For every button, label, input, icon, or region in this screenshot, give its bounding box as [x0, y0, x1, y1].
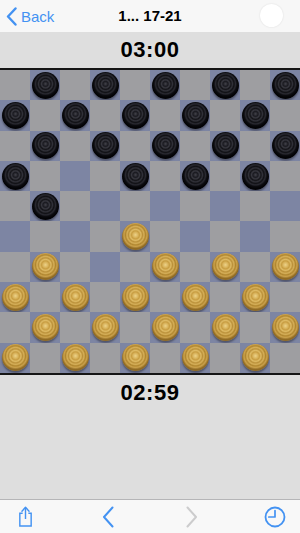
board-square — [0, 131, 30, 161]
black-checker[interactable] — [272, 72, 299, 99]
board-square[interactable] — [0, 343, 30, 373]
board-square[interactable] — [180, 221, 210, 251]
board-square[interactable] — [270, 70, 300, 100]
black-checker[interactable] — [182, 102, 209, 129]
board-square — [270, 221, 300, 251]
black-checker[interactable] — [2, 163, 29, 190]
board-square[interactable] — [210, 191, 240, 221]
board-square — [210, 100, 240, 130]
board-square — [120, 131, 150, 161]
white-checker[interactable] — [272, 314, 299, 341]
black-checker[interactable] — [92, 132, 119, 159]
board-square — [180, 70, 210, 100]
board-square — [30, 221, 60, 251]
board-square — [240, 70, 270, 100]
black-checker[interactable] — [32, 193, 59, 220]
white-checker[interactable] — [212, 314, 239, 341]
board-square — [60, 70, 90, 100]
board-square[interactable] — [240, 282, 270, 312]
board-square[interactable] — [120, 221, 150, 251]
app-screen: Back 1... 17-21 03:00 02:59 — [0, 0, 300, 533]
black-checker[interactable] — [62, 102, 89, 129]
white-checker[interactable] — [182, 284, 209, 311]
black-checker[interactable] — [212, 132, 239, 159]
board-square — [30, 100, 60, 130]
board-square — [90, 343, 120, 373]
board-square[interactable] — [150, 191, 180, 221]
board-square — [210, 343, 240, 373]
board-square[interactable] — [60, 161, 90, 191]
board-square[interactable] — [0, 282, 30, 312]
board-square — [150, 282, 180, 312]
board-square — [60, 191, 90, 221]
bottom-panel: 02:59 — [0, 375, 300, 499]
black-checker[interactable] — [152, 72, 179, 99]
board-square — [0, 312, 30, 342]
black-checker[interactable] — [182, 163, 209, 190]
board-square[interactable] — [30, 252, 60, 282]
board-square — [60, 131, 90, 161]
board-square — [270, 161, 300, 191]
board-square — [240, 252, 270, 282]
share-button[interactable] — [12, 503, 38, 531]
white-checker[interactable] — [62, 344, 89, 371]
black-checker[interactable] — [242, 163, 269, 190]
board-square — [90, 282, 120, 312]
board-square[interactable] — [30, 131, 60, 161]
board-square — [240, 312, 270, 342]
board-square[interactable] — [120, 282, 150, 312]
board-square — [0, 191, 30, 221]
black-checker[interactable] — [152, 132, 179, 159]
board-square[interactable] — [240, 100, 270, 130]
clock-button[interactable] — [262, 503, 288, 531]
board-square — [240, 191, 270, 221]
board-square — [270, 282, 300, 312]
board-square[interactable] — [270, 191, 300, 221]
bottom-toolbar — [0, 499, 300, 533]
board-square — [270, 100, 300, 130]
board-square — [210, 282, 240, 312]
white-checker[interactable] — [242, 284, 269, 311]
board-square — [0, 70, 30, 100]
board-square — [180, 312, 210, 342]
white-checker[interactable] — [152, 253, 179, 280]
white-checker[interactable] — [62, 284, 89, 311]
black-checker[interactable] — [242, 102, 269, 129]
board-square[interactable] — [210, 312, 240, 342]
white-checker[interactable] — [122, 223, 149, 250]
board-square — [0, 252, 30, 282]
board-square — [30, 282, 60, 312]
board-square — [150, 161, 180, 191]
board-square[interactable] — [240, 343, 270, 373]
board-square — [180, 252, 210, 282]
next-move-button[interactable] — [179, 503, 205, 531]
board-square[interactable] — [120, 161, 150, 191]
board-square — [30, 161, 60, 191]
board-square — [240, 131, 270, 161]
white-turn-indicator — [260, 4, 283, 27]
white-checker[interactable] — [242, 344, 269, 371]
board-square — [120, 312, 150, 342]
board-square — [180, 191, 210, 221]
board-square — [90, 100, 120, 130]
board-square — [120, 70, 150, 100]
board-square[interactable] — [90, 191, 120, 221]
board-square — [150, 100, 180, 130]
board-square — [90, 221, 120, 251]
white-checker[interactable] — [32, 253, 59, 280]
board-square[interactable] — [30, 312, 60, 342]
board-square[interactable] — [210, 131, 240, 161]
board-square[interactable] — [180, 343, 210, 373]
board-square — [120, 252, 150, 282]
board-square[interactable] — [150, 70, 180, 100]
board-square[interactable] — [60, 100, 90, 130]
clock-icon — [263, 505, 287, 529]
board-square[interactable] — [210, 252, 240, 282]
board-square[interactable] — [90, 312, 120, 342]
board-square — [90, 161, 120, 191]
board-square[interactable] — [30, 70, 60, 100]
board-square — [60, 252, 90, 282]
board-square — [270, 343, 300, 373]
board-square[interactable] — [150, 312, 180, 342]
white-checker[interactable] — [122, 284, 149, 311]
board-square[interactable] — [150, 252, 180, 282]
board-square[interactable] — [120, 343, 150, 373]
white-checker[interactable] — [92, 314, 119, 341]
board-square[interactable] — [30, 191, 60, 221]
board-square[interactable] — [270, 312, 300, 342]
share-icon — [17, 505, 34, 528]
black-checker[interactable] — [122, 102, 149, 129]
board-square — [150, 343, 180, 373]
board-square[interactable] — [210, 70, 240, 100]
black-checker[interactable] — [212, 72, 239, 99]
board-square[interactable] — [270, 131, 300, 161]
white-checker[interactable] — [2, 344, 29, 371]
navigation-bar: Back 1... 17-21 — [0, 0, 300, 32]
board-square[interactable] — [0, 221, 30, 251]
previous-move-button[interactable] — [95, 503, 121, 531]
board-square — [60, 312, 90, 342]
white-checker[interactable] — [212, 253, 239, 280]
board-square[interactable] — [60, 221, 90, 251]
player-clock: 02:59 — [0, 375, 300, 406]
black-checker[interactable] — [32, 132, 59, 159]
board-square[interactable] — [60, 343, 90, 373]
board-square — [120, 191, 150, 221]
black-checker[interactable] — [2, 102, 29, 129]
white-checker[interactable] — [122, 344, 149, 371]
board-square[interactable] — [180, 282, 210, 312]
black-checker[interactable] — [92, 72, 119, 99]
board-square[interactable] — [90, 131, 120, 161]
checkers-board — [0, 68, 300, 375]
white-checker[interactable] — [182, 344, 209, 371]
board-square[interactable] — [180, 100, 210, 130]
board-square[interactable] — [90, 252, 120, 282]
board-square[interactable] — [240, 221, 270, 251]
white-checker[interactable] — [2, 284, 29, 311]
board-square — [180, 131, 210, 161]
white-checker[interactable] — [272, 253, 299, 280]
board-square[interactable] — [0, 161, 30, 191]
board-square[interactable] — [150, 131, 180, 161]
board-square[interactable] — [60, 282, 90, 312]
opponent-clock: 03:00 — [0, 32, 300, 68]
board-square[interactable] — [0, 100, 30, 130]
board-square — [210, 161, 240, 191]
white-checker[interactable] — [32, 314, 59, 341]
board-square — [210, 221, 240, 251]
board-square[interactable] — [270, 252, 300, 282]
black-checker[interactable] — [32, 72, 59, 99]
board-square — [30, 343, 60, 373]
board-square — [150, 221, 180, 251]
page-title: 1... 17-21 — [0, 0, 300, 32]
board-square[interactable] — [120, 100, 150, 130]
black-checker[interactable] — [272, 132, 299, 159]
white-checker[interactable] — [152, 314, 179, 341]
chevron-right-icon — [185, 506, 199, 528]
board-square[interactable] — [180, 161, 210, 191]
board-square[interactable] — [240, 161, 270, 191]
board-square[interactable] — [90, 70, 120, 100]
chevron-left-icon — [101, 506, 115, 528]
black-checker[interactable] — [122, 163, 149, 190]
